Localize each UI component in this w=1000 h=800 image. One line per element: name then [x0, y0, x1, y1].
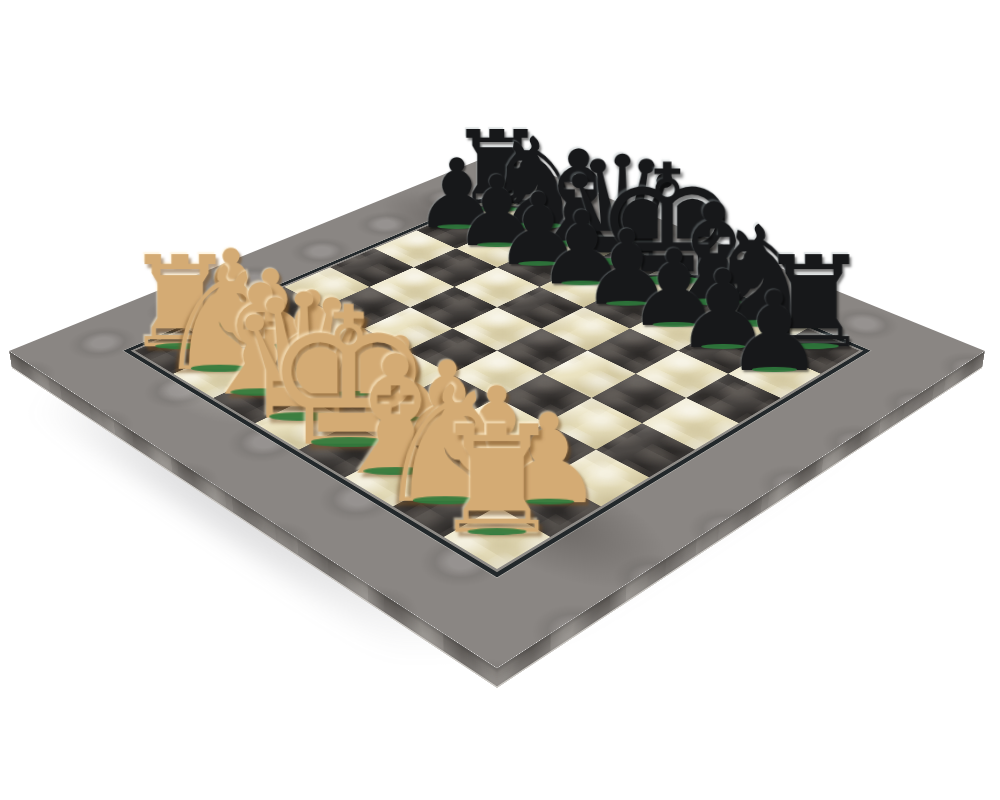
piece-white-rook-h1[interactable]: ♜ — [423, 407, 571, 555]
product-photo-stage: ♜♞♝♛♚♝♞♜♟♟♟♟♟♟♟♟♟♟♟♟♟♟♟♟♜♞♝♛♚♝♞♜ — [0, 0, 1000, 800]
piece-black-pawn-h7[interactable]: ♟ — [719, 277, 829, 387]
pieces-layer: ♜♞♝♛♚♝♞♜♟♟♟♟♟♟♟♟♟♟♟♟♟♟♟♟♜♞♝♛♚♝♞♜ — [9, 153, 985, 668]
chess-board: ♜♞♝♛♚♝♞♜♟♟♟♟♟♟♟♟♟♟♟♟♟♟♟♟♜♞♝♛♚♝♞♜ — [9, 153, 985, 668]
